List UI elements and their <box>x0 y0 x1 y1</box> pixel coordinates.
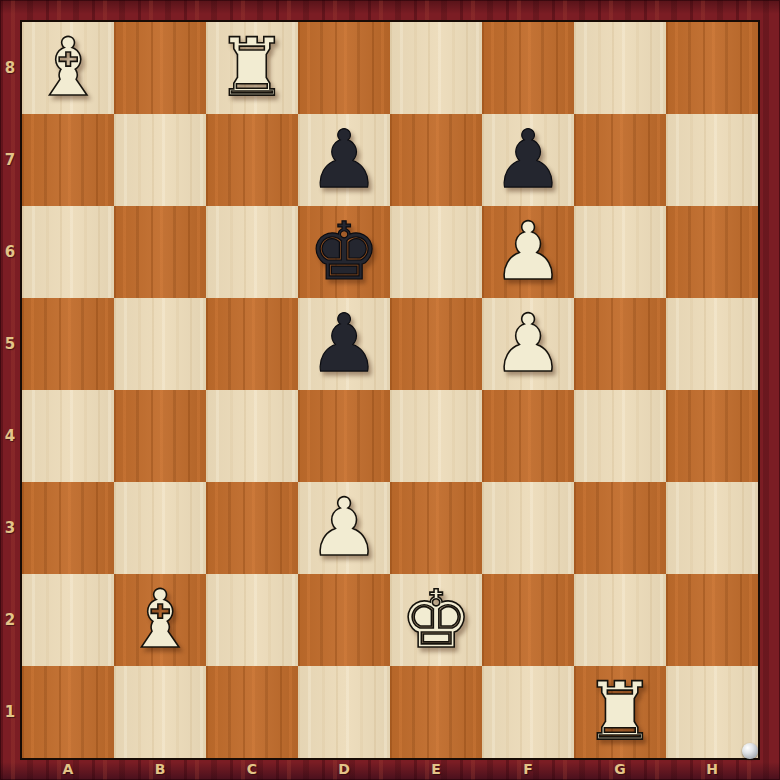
square-g7[interactable] <box>574 114 666 206</box>
file-label-d: D <box>298 758 390 780</box>
square-f4[interactable] <box>482 390 574 482</box>
square-b5[interactable] <box>114 298 206 390</box>
square-g6[interactable] <box>574 206 666 298</box>
square-a8[interactable]: ♝ <box>22 22 114 114</box>
square-e4[interactable] <box>390 390 482 482</box>
square-c5[interactable] <box>206 298 298 390</box>
side-to-move-indicator <box>742 743 758 759</box>
file-label-b: B <box>114 758 206 780</box>
piece-white-king-e2[interactable]: ♚ <box>400 580 472 660</box>
square-c6[interactable] <box>206 206 298 298</box>
square-h3[interactable] <box>666 482 758 574</box>
piece-white-pawn-f6[interactable]: ♟ <box>492 212 564 292</box>
chess-board-frame: 87654321 ♝♜♟♟♚♟♟♟♟♝♚♜ ABCDEFGH <box>0 0 780 780</box>
square-g8[interactable] <box>574 22 666 114</box>
square-g5[interactable] <box>574 298 666 390</box>
rank-label-1: 1 <box>0 666 20 758</box>
rank-label-3: 3 <box>0 482 20 574</box>
file-label-f: F <box>482 758 574 780</box>
square-c2[interactable] <box>206 574 298 666</box>
square-f8[interactable] <box>482 22 574 114</box>
square-g1[interactable]: ♜ <box>574 666 666 758</box>
rank-labels: 87654321 <box>0 22 20 758</box>
square-d2[interactable] <box>298 574 390 666</box>
square-h8[interactable] <box>666 22 758 114</box>
square-h7[interactable] <box>666 114 758 206</box>
square-f6[interactable]: ♟ <box>482 206 574 298</box>
piece-black-pawn-f7[interactable]: ♟ <box>492 120 564 200</box>
square-d8[interactable] <box>298 22 390 114</box>
file-label-e: E <box>390 758 482 780</box>
square-h5[interactable] <box>666 298 758 390</box>
square-f2[interactable] <box>482 574 574 666</box>
rank-label-4: 4 <box>0 390 20 482</box>
square-f3[interactable] <box>482 482 574 574</box>
square-e5[interactable] <box>390 298 482 390</box>
rank-label-8: 8 <box>0 22 20 114</box>
rank-label-6: 6 <box>0 206 20 298</box>
piece-white-bishop-b2[interactable]: ♝ <box>124 580 196 660</box>
square-b7[interactable] <box>114 114 206 206</box>
rank-label-5: 5 <box>0 298 20 390</box>
file-labels: ABCDEFGH <box>22 758 758 780</box>
square-b6[interactable] <box>114 206 206 298</box>
file-label-h: H <box>666 758 758 780</box>
square-b3[interactable] <box>114 482 206 574</box>
piece-white-pawn-d3[interactable]: ♟ <box>308 488 380 568</box>
square-b8[interactable] <box>114 22 206 114</box>
square-g3[interactable] <box>574 482 666 574</box>
square-e3[interactable] <box>390 482 482 574</box>
square-e6[interactable] <box>390 206 482 298</box>
square-a5[interactable] <box>22 298 114 390</box>
square-b4[interactable] <box>114 390 206 482</box>
square-b1[interactable] <box>114 666 206 758</box>
piece-white-rook-c8[interactable]: ♜ <box>216 28 288 108</box>
chess-board: ♝♜♟♟♚♟♟♟♟♝♚♜ <box>20 20 760 760</box>
piece-black-king-d6[interactable]: ♚ <box>308 212 380 292</box>
file-label-c: C <box>206 758 298 780</box>
square-h2[interactable] <box>666 574 758 666</box>
square-d4[interactable] <box>298 390 390 482</box>
square-f7[interactable]: ♟ <box>482 114 574 206</box>
file-label-g: G <box>574 758 666 780</box>
piece-white-bishop-a8[interactable]: ♝ <box>32 28 104 108</box>
square-e7[interactable] <box>390 114 482 206</box>
square-c4[interactable] <box>206 390 298 482</box>
square-f5[interactable]: ♟ <box>482 298 574 390</box>
square-e2[interactable]: ♚ <box>390 574 482 666</box>
rank-label-7: 7 <box>0 114 20 206</box>
square-c8[interactable]: ♜ <box>206 22 298 114</box>
square-h4[interactable] <box>666 390 758 482</box>
square-d3[interactable]: ♟ <box>298 482 390 574</box>
square-a1[interactable] <box>22 666 114 758</box>
square-d7[interactable]: ♟ <box>298 114 390 206</box>
piece-black-pawn-d7[interactable]: ♟ <box>308 120 380 200</box>
square-e8[interactable] <box>390 22 482 114</box>
square-e1[interactable] <box>390 666 482 758</box>
piece-black-pawn-d5[interactable]: ♟ <box>308 304 380 384</box>
square-c3[interactable] <box>206 482 298 574</box>
square-b2[interactable]: ♝ <box>114 574 206 666</box>
square-c7[interactable] <box>206 114 298 206</box>
square-a6[interactable] <box>22 206 114 298</box>
square-a2[interactable] <box>22 574 114 666</box>
square-d1[interactable] <box>298 666 390 758</box>
square-d6[interactable]: ♚ <box>298 206 390 298</box>
square-a3[interactable] <box>22 482 114 574</box>
rank-label-2: 2 <box>0 574 20 666</box>
square-c1[interactable] <box>206 666 298 758</box>
square-a7[interactable] <box>22 114 114 206</box>
square-h6[interactable] <box>666 206 758 298</box>
square-g4[interactable] <box>574 390 666 482</box>
file-label-a: A <box>22 758 114 780</box>
piece-white-pawn-f5[interactable]: ♟ <box>492 304 564 384</box>
square-f1[interactable] <box>482 666 574 758</box>
square-a4[interactable] <box>22 390 114 482</box>
piece-white-rook-g1[interactable]: ♜ <box>584 672 656 752</box>
square-d5[interactable]: ♟ <box>298 298 390 390</box>
square-g2[interactable] <box>574 574 666 666</box>
